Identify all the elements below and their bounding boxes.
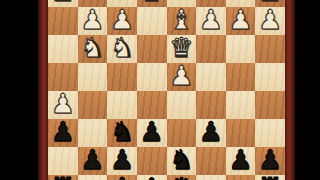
- black-rook: ♜: [51, 174, 75, 180]
- square-e1: ♚: [137, 0, 167, 7]
- square-b6: [226, 119, 256, 147]
- black-pawn: ♟: [80, 146, 104, 174]
- square-h6: ♟: [48, 119, 78, 147]
- square-h3: [48, 35, 78, 63]
- square-h4: [48, 63, 78, 91]
- white-bishop: ♝: [169, 6, 193, 34]
- square-e7: [137, 147, 167, 175]
- board-border-right: [285, 0, 295, 180]
- square-g5: [78, 91, 108, 119]
- square-h5: ♟: [48, 91, 78, 119]
- square-f8: ♝: [107, 175, 137, 180]
- white-knight: ♞: [110, 34, 134, 62]
- square-b4: [226, 63, 256, 91]
- black-rook: ♜: [258, 174, 282, 180]
- square-g4: [78, 63, 108, 91]
- square-a6: [255, 119, 285, 147]
- white-pawn: ♟: [228, 6, 252, 34]
- square-c5: [196, 91, 226, 119]
- white-pawn: ♟: [51, 90, 75, 118]
- square-e5: [137, 91, 167, 119]
- square-c6: ♟: [196, 119, 226, 147]
- white-king: ♚: [140, 0, 164, 6]
- square-e6: ♟: [137, 119, 167, 147]
- square-f7: ♟: [107, 147, 137, 175]
- square-a4: [255, 63, 285, 91]
- square-d6: [167, 119, 197, 147]
- square-g2: ♟: [78, 7, 108, 35]
- square-e2: [137, 7, 167, 35]
- black-knight: ♞: [110, 118, 134, 146]
- white-pawn: ♟: [80, 6, 104, 34]
- square-b8: [226, 175, 256, 180]
- board-border-left: [38, 0, 48, 180]
- white-pawn: ♟: [199, 6, 223, 34]
- square-h8: ♜: [48, 175, 78, 180]
- black-knight: ♞: [169, 146, 193, 174]
- square-a3: [255, 35, 285, 63]
- white-pawn: ♟: [110, 6, 134, 34]
- square-b3: [226, 35, 256, 63]
- square-d2: ♝: [167, 7, 197, 35]
- square-b2: ♟: [226, 7, 256, 35]
- black-pawn: ♟: [199, 118, 223, 146]
- black-pawn: ♟: [258, 146, 282, 174]
- square-f2: ♟: [107, 7, 137, 35]
- video-frame: ♜♚♜♟♟♝♟♟♟♞♞♛♟♟♟♞♟♟♟♟♞♟♟♜♝♚♛♜: [0, 0, 320, 180]
- white-pawn: ♟: [169, 62, 193, 90]
- square-g6: [78, 119, 108, 147]
- square-f6: ♞: [107, 119, 137, 147]
- square-a8: ♜: [255, 175, 285, 180]
- black-pawn: ♟: [228, 146, 252, 174]
- square-e3: [137, 35, 167, 63]
- square-a5: [255, 91, 285, 119]
- white-rook: ♜: [51, 0, 75, 6]
- square-b7: ♟: [226, 147, 256, 175]
- square-g7: ♟: [78, 147, 108, 175]
- letterbox-left: [0, 0, 38, 180]
- square-d8: ♛: [167, 175, 197, 180]
- square-c8: [196, 175, 226, 180]
- square-d3: ♛: [167, 35, 197, 63]
- white-queen: ♛: [169, 34, 193, 62]
- square-f5: [107, 91, 137, 119]
- black-queen: ♛: [169, 174, 193, 180]
- square-f4: [107, 63, 137, 91]
- black-pawn: ♟: [110, 146, 134, 174]
- letterbox-right: [295, 0, 320, 180]
- black-pawn: ♟: [51, 118, 75, 146]
- square-e8: ♚: [137, 175, 167, 180]
- square-c4: [196, 63, 226, 91]
- black-bishop: ♝: [110, 174, 134, 180]
- white-pawn: ♟: [258, 6, 282, 34]
- square-e4: [137, 63, 167, 91]
- square-c3: [196, 35, 226, 63]
- black-king: ♚: [140, 174, 164, 180]
- square-d4: ♟: [167, 63, 197, 91]
- square-h7: [48, 147, 78, 175]
- square-b5: [226, 91, 256, 119]
- white-knight: ♞: [80, 34, 104, 62]
- square-c2: ♟: [196, 7, 226, 35]
- square-h1: ♜: [48, 0, 78, 7]
- square-d7: ♞: [167, 147, 197, 175]
- square-g8: [78, 175, 108, 180]
- square-g3: ♞: [78, 35, 108, 63]
- square-a2: ♟: [255, 7, 285, 35]
- square-c7: [196, 147, 226, 175]
- square-d5: [167, 91, 197, 119]
- square-h2: [48, 7, 78, 35]
- black-pawn: ♟: [140, 118, 164, 146]
- square-a7: ♟: [255, 147, 285, 175]
- chess-board: ♜♚♜♟♟♝♟♟♟♞♞♛♟♟♟♞♟♟♟♟♞♟♟♜♝♚♛♜: [48, 0, 285, 180]
- square-f3: ♞: [107, 35, 137, 63]
